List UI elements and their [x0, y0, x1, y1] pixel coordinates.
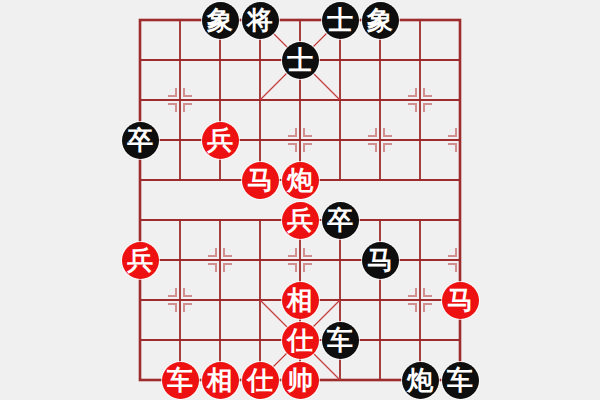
- piece-red-advisor[interactable]: 仕: [242, 362, 279, 399]
- piece-black-advisor[interactable]: 士: [282, 42, 319, 79]
- piece-black-soldier[interactable]: 卒: [122, 122, 159, 159]
- piece-black-advisor[interactable]: 士: [322, 2, 359, 39]
- piece-red-horse[interactable]: 马: [242, 162, 279, 199]
- xiangqi-board: 象将士象士卒兵马炮兵卒兵马相马仕车车相仕帅炮车: [0, 0, 600, 400]
- piece-black-horse[interactable]: 马: [362, 242, 399, 279]
- piece-black-chariot[interactable]: 车: [442, 362, 479, 399]
- piece-grid: 象将士象士卒兵马炮兵卒兵马相马仕车车相仕帅炮车: [120, 0, 480, 400]
- piece-black-elephant[interactable]: 象: [362, 2, 399, 39]
- piece-red-soldier[interactable]: 兵: [202, 122, 239, 159]
- piece-red-general[interactable]: 帅: [282, 362, 319, 399]
- piece-red-soldier[interactable]: 兵: [122, 242, 159, 279]
- piece-black-general[interactable]: 将: [242, 2, 279, 39]
- piece-red-soldier[interactable]: 兵: [282, 202, 319, 239]
- piece-red-chariot[interactable]: 车: [162, 362, 199, 399]
- piece-red-horse[interactable]: 马: [442, 282, 479, 319]
- piece-red-cannon[interactable]: 炮: [282, 162, 319, 199]
- piece-black-cannon[interactable]: 炮: [402, 362, 439, 399]
- piece-black-elephant[interactable]: 象: [202, 2, 239, 39]
- piece-red-elephant[interactable]: 相: [282, 282, 319, 319]
- piece-red-elephant[interactable]: 相: [202, 362, 239, 399]
- piece-black-soldier[interactable]: 卒: [322, 202, 359, 239]
- piece-black-chariot[interactable]: 车: [322, 322, 359, 359]
- piece-red-advisor[interactable]: 仕: [282, 322, 319, 359]
